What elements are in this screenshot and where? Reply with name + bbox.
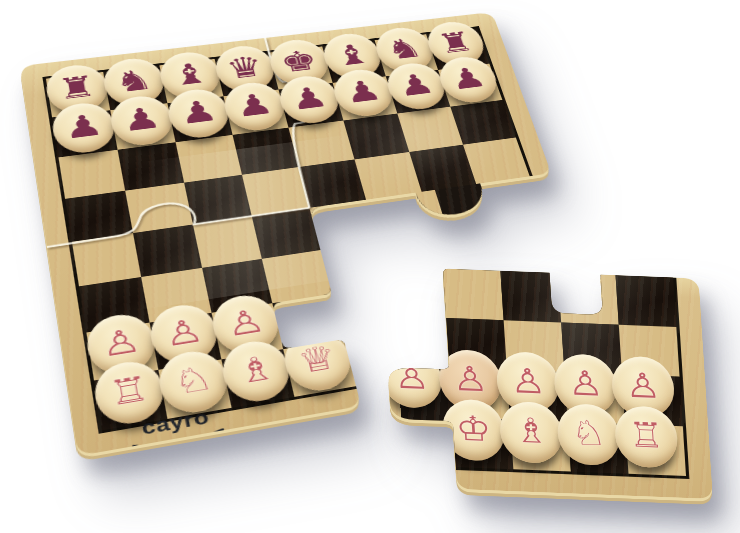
black-knight-icon: ♞ xyxy=(112,65,155,97)
white-queen-icon: ♕ xyxy=(295,340,340,379)
white-pawn-icon: ♙ xyxy=(99,324,144,363)
white-rook-icon: ♖ xyxy=(106,371,152,411)
square-g4 xyxy=(558,273,619,325)
white-pawn-icon: ♙ xyxy=(393,359,431,394)
black-pawn-icon: ♟ xyxy=(62,110,106,144)
black-pawn-icon: ♟ xyxy=(120,103,164,137)
white-pawn-icon: ♙ xyxy=(567,366,605,401)
puzzle-knob-tab xyxy=(415,183,492,230)
white-pawn-icon: ♙ xyxy=(509,364,547,399)
black-pawn-icon: ♟ xyxy=(341,76,385,108)
white-bishop-icon: ♗ xyxy=(512,413,550,448)
black-knight-icon: ♞ xyxy=(383,34,426,64)
black-pawn-icon: ♟ xyxy=(394,69,438,101)
black-bishop-icon: ♝ xyxy=(168,58,211,90)
black-pawn-icon: ♟ xyxy=(287,82,331,114)
white-knight-icon: ♘ xyxy=(170,361,216,401)
square-e3 xyxy=(320,241,390,293)
black-pawn-icon: ♟ xyxy=(232,89,276,122)
white-bishop-icon: ♗ xyxy=(233,350,278,389)
piece-white-pawn-d2: ♙ xyxy=(380,348,444,409)
detached-puzzle-piece: ♙♙♙♙♙♔♗♘♖ xyxy=(381,266,713,499)
square-h4 xyxy=(616,275,677,327)
square-h3 xyxy=(490,216,559,266)
black-king-icon: ♚ xyxy=(277,46,320,77)
white-knight-icon: ♘ xyxy=(570,416,608,451)
black-queen-icon: ♛ xyxy=(223,52,266,84)
white-rook-icon: ♖ xyxy=(627,418,665,453)
white-pawn-icon: ♙ xyxy=(451,361,489,396)
square-e4 xyxy=(443,268,504,320)
square-h4 xyxy=(476,176,544,224)
square-f4 xyxy=(500,271,561,323)
white-pawn-icon: ♙ xyxy=(223,304,268,342)
black-pawn-icon: ♟ xyxy=(446,63,490,94)
black-rook-icon: ♜ xyxy=(434,28,477,58)
white-king-icon: ♔ xyxy=(455,411,493,446)
black-pawn-icon: ♟ xyxy=(176,96,220,129)
white-pawn-icon: ♙ xyxy=(161,314,206,352)
square-e4 xyxy=(309,200,378,250)
square-d2 xyxy=(272,294,343,349)
product-photo-scene: cayro ♜♞♝♛♚♝♞♜♟♟♟♟♟♟♟♟♙♙♙♖♘♗♕ ♙♙♙♙♙♔♗♘♖ xyxy=(0,0,740,533)
black-bishop-icon: ♝ xyxy=(331,40,374,71)
white-pawn-icon: ♙ xyxy=(624,368,662,403)
black-rook-icon: ♜ xyxy=(55,71,98,104)
